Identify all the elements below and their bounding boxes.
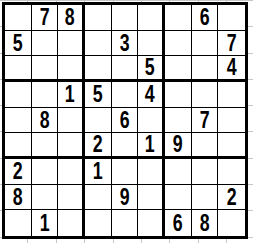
- cell-r2c1[interactable]: 5: [5, 31, 32, 57]
- cell-r1c3[interactable]: 8: [58, 5, 85, 31]
- cell-r8c1[interactable]: 8: [5, 185, 32, 211]
- given-digit: 9: [120, 185, 130, 210]
- cell-r3c3[interactable]: [58, 56, 85, 82]
- cell-r9c8[interactable]: 8: [192, 210, 219, 236]
- cell-r7c9[interactable]: [218, 159, 245, 185]
- cell-r9c7[interactable]: 6: [165, 210, 192, 236]
- cell-r4c9[interactable]: [218, 82, 245, 108]
- cell-r7c4[interactable]: 1: [85, 159, 112, 185]
- cell-r3c7[interactable]: [165, 56, 192, 82]
- given-digit: 7: [227, 31, 237, 56]
- cell-r5c3[interactable]: [58, 108, 85, 134]
- cell-r9c9[interactable]: [218, 210, 245, 236]
- cell-r2c6[interactable]: [138, 31, 165, 57]
- sudoku-board: 7865375415486721921892168: [2, 2, 248, 239]
- cell-r6c5[interactable]: [112, 133, 139, 159]
- cell-r2c2[interactable]: [32, 31, 59, 57]
- cell-r2c7[interactable]: [165, 31, 192, 57]
- given-digit: 2: [13, 159, 23, 184]
- cell-r1c2[interactable]: 7: [32, 5, 59, 31]
- cell-r6c8[interactable]: [192, 133, 219, 159]
- given-digit: 4: [227, 56, 237, 80]
- cell-r5c5[interactable]: 6: [112, 108, 139, 134]
- cell-r1c4[interactable]: [85, 5, 112, 31]
- cell-r3c8[interactable]: [192, 56, 219, 82]
- cell-r8c2[interactable]: [32, 185, 59, 211]
- cell-r9c1[interactable]: [5, 210, 32, 236]
- cell-r4c5[interactable]: [112, 82, 139, 108]
- cell-r5c7[interactable]: [165, 108, 192, 134]
- cell-r8c3[interactable]: [58, 185, 85, 211]
- cell-r7c3[interactable]: [58, 159, 85, 185]
- given-digit: 1: [145, 133, 155, 157]
- cell-r8c5[interactable]: 9: [112, 185, 139, 211]
- given-digit: 6: [120, 108, 130, 133]
- cell-r1c9[interactable]: [218, 5, 245, 31]
- cell-r9c3[interactable]: [58, 210, 85, 236]
- cell-r7c8[interactable]: [192, 159, 219, 185]
- cell-r6c9[interactable]: [218, 133, 245, 159]
- given-digit: 1: [40, 211, 50, 236]
- cell-r5c8[interactable]: 7: [192, 108, 219, 134]
- cell-r2c5[interactable]: 3: [112, 31, 139, 57]
- cell-r6c1[interactable]: [5, 133, 32, 159]
- cell-r3c1[interactable]: [5, 56, 32, 82]
- cell-r8c4[interactable]: [85, 185, 112, 211]
- cell-r9c2[interactable]: 1: [32, 210, 59, 236]
- given-digit: 7: [40, 5, 50, 30]
- cell-r2c4[interactable]: [85, 31, 112, 57]
- cell-r6c2[interactable]: [32, 133, 59, 159]
- given-digit: 9: [173, 133, 183, 157]
- cell-r7c2[interactable]: [32, 159, 59, 185]
- cell-r5c2[interactable]: 8: [32, 108, 59, 134]
- given-digit: 6: [173, 211, 183, 236]
- cell-r4c1[interactable]: [5, 82, 32, 108]
- cell-r5c4[interactable]: [85, 108, 112, 134]
- cell-r2c3[interactable]: [58, 31, 85, 57]
- cell-r4c8[interactable]: [192, 82, 219, 108]
- given-digit: 1: [65, 82, 75, 107]
- cell-r3c2[interactable]: [32, 56, 59, 82]
- cell-r7c5[interactable]: [112, 159, 139, 185]
- cell-r1c5[interactable]: [112, 5, 139, 31]
- cell-r8c7[interactable]: [165, 185, 192, 211]
- cell-r4c2[interactable]: [32, 82, 59, 108]
- cell-r2c8[interactable]: [192, 31, 219, 57]
- cell-r5c6[interactable]: [138, 108, 165, 134]
- cell-r4c6[interactable]: 4: [138, 82, 165, 108]
- cell-r3c4[interactable]: [85, 56, 112, 82]
- cell-r3c5[interactable]: [112, 56, 139, 82]
- given-digit: 4: [145, 82, 155, 107]
- given-digit: 7: [200, 108, 210, 133]
- cell-r1c6[interactable]: [138, 5, 165, 31]
- cell-r8c8[interactable]: [192, 185, 219, 211]
- cell-r6c3[interactable]: [58, 133, 85, 159]
- cell-r7c1[interactable]: 2: [5, 159, 32, 185]
- cell-r3c9[interactable]: 4: [218, 56, 245, 82]
- given-digit: 8: [40, 108, 50, 133]
- cell-r4c7[interactable]: [165, 82, 192, 108]
- given-digit: 5: [93, 82, 103, 107]
- cell-r5c1[interactable]: [5, 108, 32, 134]
- cell-r6c4[interactable]: 2: [85, 133, 112, 159]
- cell-r7c7[interactable]: [165, 159, 192, 185]
- given-digit: 2: [227, 185, 237, 210]
- cell-r9c5[interactable]: [112, 210, 139, 236]
- given-digit: 6: [200, 5, 210, 30]
- given-digit: 2: [93, 133, 103, 157]
- cell-r5c9[interactable]: [218, 108, 245, 134]
- cell-r7c6[interactable]: [138, 159, 165, 185]
- given-digit: 8: [13, 185, 23, 210]
- cell-r1c8[interactable]: 6: [192, 5, 219, 31]
- given-digit: 8: [65, 5, 75, 30]
- cell-r3c6[interactable]: 5: [138, 56, 165, 82]
- given-digit: 8: [200, 211, 210, 236]
- cell-r8c9[interactable]: 2: [218, 185, 245, 211]
- given-digit: 5: [145, 56, 155, 80]
- cell-r2c9[interactable]: 7: [218, 31, 245, 57]
- sudoku-screenshot: 7865375415486721921892168: [0, 0, 253, 243]
- given-digit: 3: [120, 31, 130, 56]
- cell-r6c6[interactable]: 1: [138, 133, 165, 159]
- cell-r1c7[interactable]: [165, 5, 192, 31]
- cell-r6c7[interactable]: 9: [165, 133, 192, 159]
- cell-r4c4[interactable]: 5: [85, 82, 112, 108]
- given-digit: 5: [13, 31, 23, 56]
- cell-r4c3[interactable]: 1: [58, 82, 85, 108]
- cell-r9c6[interactable]: [138, 210, 165, 236]
- cell-r8c6[interactable]: [138, 185, 165, 211]
- cell-r1c1[interactable]: [5, 5, 32, 31]
- given-digit: 1: [93, 159, 103, 184]
- cell-r9c4[interactable]: [85, 210, 112, 236]
